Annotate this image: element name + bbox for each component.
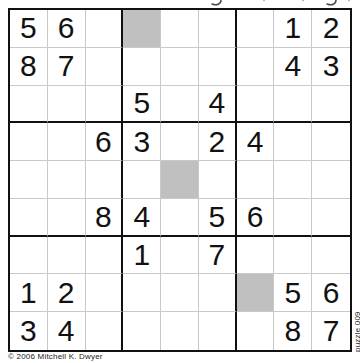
cell-r9c3[interactable] (86, 312, 124, 350)
cell-r9c1[interactable]: 3 (10, 312, 48, 350)
cell-r7c7[interactable] (237, 237, 275, 275)
cell-r6c7[interactable]: 6 (237, 199, 275, 237)
cell-r3c8[interactable] (274, 86, 312, 124)
cell-r3c9[interactable] (312, 86, 350, 124)
cell-r6c1[interactable] (10, 199, 48, 237)
cell-r6c5[interactable] (161, 199, 199, 237)
cell-r6c8[interactable] (274, 199, 312, 237)
cell-r7c8[interactable] (274, 237, 312, 275)
cell-r8c1[interactable]: 1 (10, 274, 48, 312)
cell-r5c9[interactable] (312, 161, 350, 199)
cell-r4c2[interactable] (48, 123, 86, 161)
cell-r3c7[interactable] (237, 86, 275, 124)
cell-r9c9[interactable]: 7 (312, 312, 350, 350)
cell-r8c3[interactable] (86, 274, 124, 312)
cell-r4c4[interactable]: 3 (123, 123, 161, 161)
cell-r3c2[interactable] (48, 86, 86, 124)
cell-r8c7[interactable] (237, 274, 275, 312)
cell-r9c8[interactable]: 8 (274, 312, 312, 350)
cell-r5c7[interactable] (237, 161, 275, 199)
cell-r7c2[interactable] (48, 237, 86, 275)
cell-r6c2[interactable] (48, 199, 86, 237)
cell-r5c3[interactable] (86, 161, 124, 199)
cell-r9c5[interactable] (161, 312, 199, 350)
cell-r1c6[interactable] (199, 10, 237, 48)
cell-r5c4[interactable] (123, 161, 161, 199)
cell-r8c6[interactable] (199, 274, 237, 312)
cell-r7c1[interactable] (10, 237, 48, 275)
cell-r6c4[interactable]: 4 (123, 199, 161, 237)
cell-r7c4[interactable]: 1 (123, 237, 161, 275)
cell-r2c4[interactable] (123, 48, 161, 86)
cell-r4c1[interactable] (10, 123, 48, 161)
cell-r2c9[interactable]: 3 (312, 48, 350, 86)
cell-r1c9[interactable]: 2 (312, 10, 350, 48)
cell-r3c1[interactable] (10, 86, 48, 124)
cell-r1c8[interactable]: 1 (274, 10, 312, 48)
cell-r1c7[interactable] (237, 10, 275, 48)
cell-r2c1[interactable]: 8 (10, 48, 48, 86)
cell-r7c5[interactable] (161, 237, 199, 275)
cell-r1c2[interactable]: 6 (48, 10, 86, 48)
cell-r5c2[interactable] (48, 161, 86, 199)
cell-r5c5[interactable] (161, 161, 199, 199)
cell-r4c9[interactable] (312, 123, 350, 161)
cell-r5c6[interactable] (199, 161, 237, 199)
cell-r8c5[interactable] (161, 274, 199, 312)
cell-r1c4[interactable] (123, 10, 161, 48)
sudoku-board: 5612874354632484561712563487 (8, 8, 352, 352)
cell-r3c5[interactable] (161, 86, 199, 124)
cell-r5c8[interactable] (274, 161, 312, 199)
cell-r7c6[interactable]: 7 (199, 237, 237, 275)
cell-r4c3[interactable]: 6 (86, 123, 124, 161)
cell-r4c8[interactable] (274, 123, 312, 161)
cell-r2c2[interactable]: 7 (48, 48, 86, 86)
cell-r3c3[interactable] (86, 86, 124, 124)
cell-r5c1[interactable] (10, 161, 48, 199)
cell-r1c1[interactable]: 5 (10, 10, 48, 48)
cropped-header-text-fragment (205, 0, 355, 7)
cell-r3c4[interactable]: 5 (123, 86, 161, 124)
cell-r7c9[interactable] (312, 237, 350, 275)
cell-r4c7[interactable]: 4 (237, 123, 275, 161)
cell-r2c3[interactable] (86, 48, 124, 86)
cell-r2c5[interactable] (161, 48, 199, 86)
cell-r7c3[interactable] (86, 237, 124, 275)
cell-r2c6[interactable] (199, 48, 237, 86)
cell-r9c7[interactable] (237, 312, 275, 350)
cell-r4c5[interactable] (161, 123, 199, 161)
cell-r4c6[interactable]: 2 (199, 123, 237, 161)
cell-r1c5[interactable] (161, 10, 199, 48)
cell-r8c8[interactable]: 5 (274, 274, 312, 312)
sudoku-page: { "game": "sudoku", "position": { "rows"… (0, 0, 360, 363)
cell-r6c3[interactable]: 8 (86, 199, 124, 237)
cell-r2c8[interactable]: 4 (274, 48, 312, 86)
cell-r9c2[interactable]: 4 (48, 312, 86, 350)
cell-r8c9[interactable]: 6 (312, 274, 350, 312)
cell-r8c2[interactable]: 2 (48, 274, 86, 312)
cell-r6c6[interactable]: 5 (199, 199, 237, 237)
cell-r3c6[interactable]: 4 (199, 86, 237, 124)
cell-r2c7[interactable] (237, 48, 275, 86)
cell-r1c3[interactable] (86, 10, 124, 48)
cell-r6c9[interactable] (312, 199, 350, 237)
cell-r9c4[interactable] (123, 312, 161, 350)
puzzle-number-label: puzzle 009 (353, 311, 360, 352)
copyright-text: © 2006 Mitchell K. Dwyer (8, 352, 103, 361)
cell-r8c4[interactable] (123, 274, 161, 312)
cell-r9c6[interactable] (199, 312, 237, 350)
